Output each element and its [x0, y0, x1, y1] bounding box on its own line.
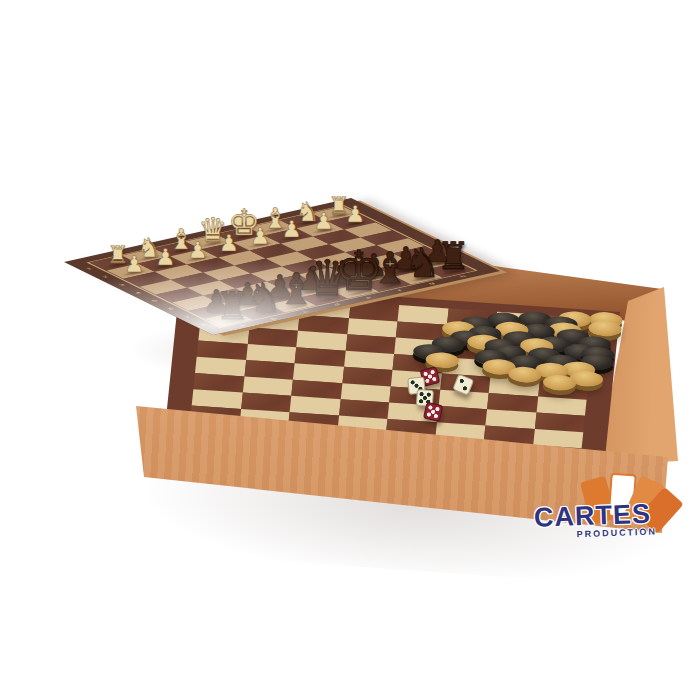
product-photo-chess-checkers-box-set: abcdefgh12345678 ♜♞♝♛♚♝♞♜♟♟♟♟♟♟♟♟♟♟♟♟♟♟♟… [0, 0, 700, 700]
white-pawn: ♟ [282, 217, 302, 240]
black-knight: ♞ [403, 242, 440, 283]
black-rook: ♜ [437, 238, 470, 275]
rank-label: 4 [134, 291, 143, 294]
white-pawn: ♟ [345, 203, 365, 226]
white-pawn: ♟ [187, 238, 207, 261]
white-pawn: ♟ [124, 252, 144, 275]
black-rook: ♜ [216, 287, 249, 324]
white-pawn: ♟ [219, 231, 239, 254]
rank-label: 3 [117, 283, 126, 286]
rank-label: 6 [166, 307, 175, 310]
white-pawn: ♟ [313, 210, 333, 233]
rank-label: 5 [150, 299, 159, 302]
brand-logo: CARTES PRODUCTION [533, 475, 692, 560]
brand-subtitle: PRODUCTION [576, 526, 657, 539]
die-ivory-2 [452, 374, 474, 396]
die-red-5 [423, 402, 443, 422]
rank-label: 2 [101, 275, 110, 278]
checker-light [425, 351, 460, 369]
white-pawn: ♟ [156, 245, 176, 268]
rank-label: 1 [85, 267, 94, 270]
rank-label: 8 [199, 323, 208, 326]
rank-label: 7 [183, 315, 192, 318]
white-pawn: ♟ [250, 224, 270, 247]
